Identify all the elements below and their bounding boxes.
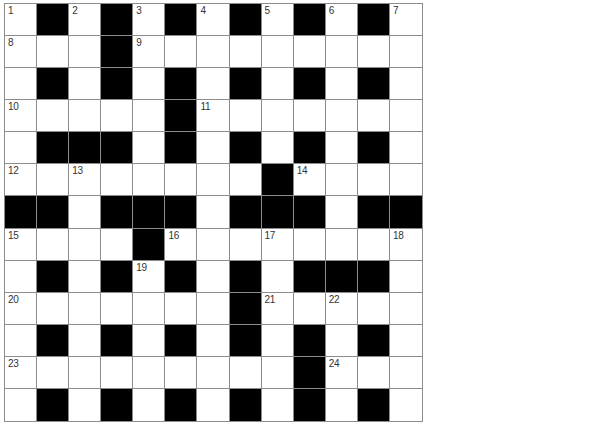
clue-number-21: 21 [265,294,276,305]
cell-r12c6[interactable] [165,357,197,389]
clue-number-10: 10 [8,101,19,112]
cell-r9c9[interactable] [262,261,294,293]
block-cell-r1c8 [230,4,262,36]
cell-r1c9[interactable]: 5 [262,4,294,36]
block-cell-r7c6 [165,196,197,228]
cell-r10c3[interactable] [69,293,101,325]
cell-r4c12[interactable] [358,100,390,132]
block-cell-r3c12 [358,68,390,100]
cell-r6c6[interactable] [165,164,197,196]
cell-r12c9[interactable] [262,357,294,389]
cell-r6c3[interactable]: 13 [69,164,101,196]
block-cell-r13c4 [101,389,133,421]
block-cell-r5c3 [69,132,101,164]
block-cell-r3c8 [230,68,262,100]
cell-r5c7[interactable] [197,132,229,164]
cell-r10c4[interactable] [101,293,133,325]
cell-r6c11[interactable] [326,164,358,196]
cell-r7c11[interactable] [326,196,358,228]
cell-r12c3[interactable] [69,357,101,389]
block-cell-r9c8 [230,261,262,293]
block-cell-r7c8 [230,196,262,228]
block-cell-r7c5 [133,196,165,228]
cell-r10c12[interactable] [358,293,390,325]
clue-number-17: 17 [265,230,276,241]
block-cell-r1c2 [37,4,69,36]
cell-r5c5[interactable] [133,132,165,164]
block-cell-r7c10 [294,196,326,228]
cell-r12c2[interactable] [37,357,69,389]
cell-r2c10[interactable] [294,36,326,68]
cell-r11c7[interactable] [197,325,229,357]
cell-r8c8[interactable] [230,229,262,261]
block-cell-r7c4 [101,196,133,228]
cell-r12c12[interactable] [358,357,390,389]
cell-r3c5[interactable] [133,68,165,100]
cell-r12c7[interactable] [197,357,229,389]
cell-r6c4[interactable] [101,164,133,196]
cell-r5c9[interactable] [262,132,294,164]
cell-r4c9[interactable] [262,100,294,132]
cell-r6c10[interactable]: 14 [294,164,326,196]
block-cell-r8c5 [133,229,165,261]
cell-r11c3[interactable] [69,325,101,357]
block-cell-r11c2 [37,325,69,357]
cell-r1c5[interactable]: 3 [133,4,165,36]
block-cell-r5c12 [358,132,390,164]
cell-r10c2[interactable] [37,293,69,325]
cell-r11c1[interactable] [5,325,37,357]
cell-r2c1[interactable]: 8 [5,36,37,68]
block-cell-r7c1 [5,196,37,228]
block-cell-r1c4 [101,4,133,36]
clue-number-18: 18 [393,230,404,241]
cell-r9c7[interactable] [197,261,229,293]
cell-r4c5[interactable] [133,100,165,132]
block-cell-r12c10 [294,357,326,389]
cell-r8c6[interactable]: 16 [165,229,197,261]
cell-r8c7[interactable] [197,229,229,261]
clue-number-22: 22 [329,294,340,305]
clue-number-4: 4 [200,5,205,16]
cell-r2c2[interactable] [37,36,69,68]
clue-number-14: 14 [297,165,308,176]
cell-r3c7[interactable] [197,68,229,100]
block-cell-r1c10 [294,4,326,36]
cell-r1c7[interactable]: 4 [197,4,229,36]
block-cell-r13c2 [37,389,69,421]
cell-r4c2[interactable] [37,100,69,132]
block-cell-r9c11 [326,261,358,293]
cell-r2c5[interactable]: 9 [133,36,165,68]
cell-r8c10[interactable] [294,229,326,261]
cell-r1c1[interactable]: 1 [5,4,37,36]
cell-r4c10[interactable] [294,100,326,132]
cell-r1c11[interactable]: 6 [326,4,358,36]
cell-r13c1[interactable] [5,389,37,421]
block-cell-r11c8 [230,325,262,357]
cell-r8c1[interactable]: 15 [5,229,37,261]
cell-r10c10[interactable] [294,293,326,325]
cell-r11c9[interactable] [262,325,294,357]
clue-number-2: 2 [72,5,77,16]
block-cell-r9c4 [101,261,133,293]
cell-r11c5[interactable] [133,325,165,357]
block-cell-r13c10 [294,389,326,421]
cell-r4c7[interactable]: 11 [197,100,229,132]
cell-r4c3[interactable] [69,100,101,132]
block-cell-r3c6 [165,68,197,100]
cell-r8c13[interactable]: 18 [390,229,422,261]
cell-r2c13[interactable] [390,36,422,68]
cell-r9c3[interactable] [69,261,101,293]
cell-r6c12[interactable] [358,164,390,196]
block-cell-r3c10 [294,68,326,100]
cell-r6c2[interactable] [37,164,69,196]
block-cell-r11c10 [294,325,326,357]
cell-r2c9[interactable] [262,36,294,68]
clue-number-12: 12 [8,165,19,176]
cell-r13c9[interactable] [262,389,294,421]
block-cell-r11c4 [101,325,133,357]
block-cell-r7c9 [262,196,294,228]
cell-r4c8[interactable] [230,100,262,132]
block-cell-r13c8 [230,389,262,421]
clue-number-11: 11 [200,101,210,112]
clue-number-1: 1 [8,5,13,16]
cell-r9c1[interactable] [5,261,37,293]
cell-r5c1[interactable] [5,132,37,164]
block-cell-r1c6 [165,4,197,36]
cell-r6c7[interactable] [197,164,229,196]
cell-r6c1[interactable]: 12 [5,164,37,196]
cell-r5c11[interactable] [326,132,358,164]
cell-r8c12[interactable] [358,229,390,261]
cell-r4c4[interactable] [101,100,133,132]
cell-r8c4[interactable] [101,229,133,261]
cell-r8c2[interactable] [37,229,69,261]
cell-r10c11[interactable]: 22 [326,293,358,325]
cell-r2c11[interactable] [326,36,358,68]
block-cell-r7c13 [390,196,422,228]
cell-r2c6[interactable] [165,36,197,68]
cell-r10c13[interactable] [390,293,422,325]
cell-r9c13[interactable] [390,261,422,293]
clue-number-5: 5 [265,5,270,16]
cell-r11c11[interactable] [326,325,358,357]
cell-r10c1[interactable]: 20 [5,293,37,325]
block-cell-r3c4 [101,68,133,100]
clue-number-15: 15 [8,230,19,241]
cell-r13c3[interactable] [69,389,101,421]
block-cell-r10c8 [230,293,262,325]
cell-r3c13[interactable] [390,68,422,100]
block-cell-r3c2 [37,68,69,100]
cell-r1c3[interactable]: 2 [69,4,101,36]
block-cell-r5c4 [101,132,133,164]
cell-r11c13[interactable] [390,325,422,357]
cell-r7c7[interactable] [197,196,229,228]
block-cell-r5c8 [230,132,262,164]
clue-number-7: 7 [393,5,398,16]
cell-r13c5[interactable] [133,389,165,421]
block-cell-r11c12 [358,325,390,357]
cell-r12c8[interactable] [230,357,262,389]
block-cell-r5c6 [165,132,197,164]
cell-r4c13[interactable] [390,100,422,132]
cell-r13c7[interactable] [197,389,229,421]
cell-r5c13[interactable] [390,132,422,164]
clue-number-3: 3 [136,5,141,16]
cell-r10c6[interactable] [165,293,197,325]
cell-r13c11[interactable] [326,389,358,421]
cell-r2c12[interactable] [358,36,390,68]
cell-r12c4[interactable] [101,357,133,389]
cell-r12c5[interactable] [133,357,165,389]
cell-r4c1[interactable]: 10 [5,100,37,132]
cell-r10c9[interactable]: 21 [262,293,294,325]
cell-r13c13[interactable] [390,389,422,421]
cell-r7c3[interactable] [69,196,101,228]
block-cell-r2c4 [101,36,133,68]
cell-r6c8[interactable] [230,164,262,196]
cell-r4c11[interactable] [326,100,358,132]
cell-r12c11[interactable]: 24 [326,357,358,389]
clue-number-16: 16 [168,230,179,241]
clue-number-23: 23 [8,358,19,369]
clue-number-24: 24 [329,358,340,369]
cell-r3c3[interactable] [69,68,101,100]
clue-number-8: 8 [8,37,13,48]
cell-r8c9[interactable]: 17 [262,229,294,261]
block-cell-r6c9 [262,164,294,196]
crossword-grid: 123456789101112131415161718192021222324 [4,3,423,422]
cell-r2c7[interactable] [197,36,229,68]
cell-r6c5[interactable] [133,164,165,196]
block-cell-r7c12 [358,196,390,228]
cell-r3c1[interactable] [5,68,37,100]
clue-number-9: 9 [136,37,141,48]
cell-r10c7[interactable] [197,293,229,325]
clue-number-19: 19 [136,262,147,273]
cell-r8c3[interactable] [69,229,101,261]
cell-r6c13[interactable] [390,164,422,196]
block-cell-r9c2 [37,261,69,293]
block-cell-r9c12 [358,261,390,293]
cell-r12c13[interactable] [390,357,422,389]
block-cell-r5c10 [294,132,326,164]
clue-number-20: 20 [8,294,19,305]
block-cell-r4c6 [165,100,197,132]
cell-r9c5[interactable]: 19 [133,261,165,293]
block-cell-r9c10 [294,261,326,293]
block-cell-r1c12 [358,4,390,36]
cell-r2c3[interactable] [69,36,101,68]
cell-r3c9[interactable] [262,68,294,100]
cell-r2c8[interactable] [230,36,262,68]
cell-r1c13[interactable]: 7 [390,4,422,36]
block-cell-r11c6 [165,325,197,357]
block-cell-r13c6 [165,389,197,421]
block-cell-r13c12 [358,389,390,421]
cell-r12c1[interactable]: 23 [5,357,37,389]
block-cell-r5c2 [37,132,69,164]
cell-r10c5[interactable] [133,293,165,325]
block-cell-r9c6 [165,261,197,293]
cell-r8c11[interactable] [326,229,358,261]
clue-number-13: 13 [72,165,83,176]
cell-r3c11[interactable] [326,68,358,100]
clue-number-6: 6 [329,5,334,16]
block-cell-r7c2 [37,196,69,228]
